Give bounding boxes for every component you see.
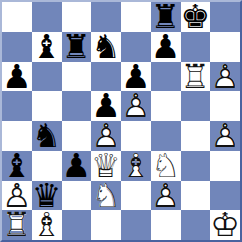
square-e2[interactable] [121, 181, 151, 211]
piece-black-knight[interactable]: ♞ [91, 32, 121, 62]
square-g2[interactable] [181, 181, 211, 211]
square-a8[interactable] [2, 2, 32, 32]
square-c2[interactable] [62, 181, 92, 211]
piece-black-pawn[interactable]: ♟ [62, 151, 92, 181]
square-a6[interactable]: ♟ [2, 62, 32, 92]
square-f1[interactable] [151, 210, 181, 240]
square-b7[interactable]: ♝ [32, 32, 62, 62]
piece-white-knight[interactable]: ♞♘ [91, 181, 121, 211]
square-b6[interactable] [32, 62, 62, 92]
piece-black-knight[interactable]: ♞ [32, 121, 62, 151]
square-g5[interactable] [181, 91, 211, 121]
board-grid: ♜♚♝♜♞♟♟♟♜♖♟♙♟♟♙♞♟♙♟♙♝♟♛♕♝♗♞♘♟♙♛♞♘♟♙♜♖♝♗♚… [2, 2, 240, 240]
square-b4[interactable]: ♞ [32, 121, 62, 151]
square-c3[interactable]: ♟ [62, 151, 92, 181]
piece-black-pawn[interactable]: ♟ [151, 32, 181, 62]
square-e3[interactable]: ♝♗ [121, 151, 151, 181]
square-d7[interactable]: ♞ [91, 32, 121, 62]
square-c1[interactable] [62, 210, 92, 240]
piece-white-pawn[interactable]: ♟♙ [210, 121, 240, 151]
square-e8[interactable] [121, 2, 151, 32]
piece-white-rook[interactable]: ♜♖ [2, 210, 32, 240]
piece-white-pawn[interactable]: ♟♙ [121, 91, 151, 121]
square-e5[interactable]: ♟♙ [121, 91, 151, 121]
square-a1[interactable]: ♜♖ [2, 210, 32, 240]
square-d2[interactable]: ♞♘ [91, 181, 121, 211]
piece-white-bishop[interactable]: ♝♗ [121, 151, 151, 181]
square-c7[interactable]: ♜ [62, 32, 92, 62]
piece-black-pawn[interactable]: ♟ [2, 62, 32, 92]
piece-white-rook[interactable]: ♜♖ [181, 62, 211, 92]
square-f7[interactable]: ♟ [151, 32, 181, 62]
square-d1[interactable] [91, 210, 121, 240]
piece-white-pawn[interactable]: ♟♙ [151, 181, 181, 211]
square-g6[interactable]: ♜♖ [181, 62, 211, 92]
square-f2[interactable]: ♟♙ [151, 181, 181, 211]
piece-black-rook[interactable]: ♜ [62, 32, 92, 62]
square-h4[interactable]: ♟♙ [210, 121, 240, 151]
piece-white-pawn[interactable]: ♟♙ [210, 62, 240, 92]
square-g4[interactable] [181, 121, 211, 151]
piece-black-bishop[interactable]: ♝ [32, 32, 62, 62]
square-f5[interactable] [151, 91, 181, 121]
square-a5[interactable] [2, 91, 32, 121]
square-b1[interactable]: ♝♗ [32, 210, 62, 240]
square-e1[interactable] [121, 210, 151, 240]
piece-white-bishop[interactable]: ♝♗ [32, 210, 62, 240]
piece-black-king[interactable]: ♚ [181, 2, 211, 32]
square-c5[interactable] [62, 91, 92, 121]
square-h6[interactable]: ♟♙ [210, 62, 240, 92]
square-h3[interactable] [210, 151, 240, 181]
square-g1[interactable] [181, 210, 211, 240]
square-f6[interactable] [151, 62, 181, 92]
square-h1[interactable]: ♚♔ [210, 210, 240, 240]
chess-board: ♜♚♝♜♞♟♟♟♜♖♟♙♟♟♙♞♟♙♟♙♝♟♛♕♝♗♞♘♟♙♛♞♘♟♙♜♖♝♗♚… [0, 0, 242, 242]
square-g8[interactable]: ♚ [181, 2, 211, 32]
piece-white-king[interactable]: ♚♔ [210, 210, 240, 240]
square-g3[interactable] [181, 151, 211, 181]
square-c6[interactable] [62, 62, 92, 92]
square-h8[interactable] [210, 2, 240, 32]
